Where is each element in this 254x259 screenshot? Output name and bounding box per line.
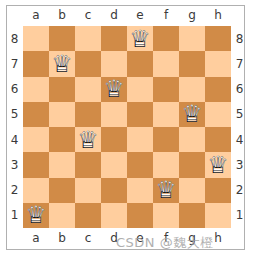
file-label-top-e: e: [127, 6, 153, 24]
square-e6: [127, 77, 153, 102]
square-a7: [23, 51, 49, 76]
rank-label-right-7: 7: [232, 51, 247, 76]
white-queen-icon: ♛♕: [75, 127, 101, 152]
rank-label-left-3: 3: [7, 152, 22, 177]
square-a6: [23, 77, 49, 102]
square-b4: [49, 127, 75, 152]
rank-label-left-2: 2: [7, 178, 22, 203]
rank-label-right-4: 4: [232, 127, 247, 152]
square-d4: [101, 127, 127, 152]
square-g5: ♛♕: [179, 102, 205, 127]
square-f1: [153, 203, 179, 228]
square-h7: [205, 51, 231, 76]
file-label-bottom-a: a: [23, 229, 49, 247]
file-label-top-c: c: [75, 6, 101, 24]
square-e3: [127, 152, 153, 177]
square-g2: [179, 178, 205, 203]
square-g8: [179, 26, 205, 51]
square-e1: [127, 203, 153, 228]
square-b8: [49, 26, 75, 51]
square-h5: [205, 102, 231, 127]
file-labels-top: abcdefgh: [23, 6, 231, 24]
white-queen-icon: ♛♕: [179, 102, 205, 127]
square-c8: [75, 26, 101, 51]
square-h1: [205, 203, 231, 228]
square-e8: ♛♕: [127, 26, 153, 51]
square-h6: [205, 77, 231, 102]
square-f7: [153, 51, 179, 76]
rank-labels-right: 87654321: [232, 26, 247, 228]
square-e2: [127, 178, 153, 203]
chess-board: ♛♕♛♕♛♕♛♕♛♕♛♕♛♕♛♕: [23, 26, 231, 228]
rank-label-right-1: 1: [232, 203, 247, 228]
square-g3: [179, 152, 205, 177]
square-d8: [101, 26, 127, 51]
rank-label-right-5: 5: [232, 102, 247, 127]
square-a2: [23, 178, 49, 203]
white-queen-icon: ♛♕: [153, 178, 179, 203]
rank-label-left-6: 6: [7, 77, 22, 102]
square-f3: [153, 152, 179, 177]
watermark: CSDN @魏大橙: [116, 234, 214, 252]
file-label-top-g: g: [179, 6, 205, 24]
square-d7: [101, 51, 127, 76]
square-b6: [49, 77, 75, 102]
white-queen-icon: ♛♕: [205, 152, 231, 177]
square-f8: [153, 26, 179, 51]
rank-labels-left: 87654321: [7, 26, 22, 228]
file-label-top-d: d: [101, 6, 127, 24]
square-c7: [75, 51, 101, 76]
square-d2: [101, 178, 127, 203]
square-c3: [75, 152, 101, 177]
square-c1: [75, 203, 101, 228]
file-label-top-h: h: [205, 6, 231, 24]
square-h3: ♛♕: [205, 152, 231, 177]
rank-label-right-6: 6: [232, 77, 247, 102]
square-f6: [153, 77, 179, 102]
square-c2: [75, 178, 101, 203]
square-g7: [179, 51, 205, 76]
file-label-top-a: a: [23, 6, 49, 24]
file-label-top-b: b: [49, 6, 75, 24]
file-label-top-f: f: [153, 6, 179, 24]
chess-diagram: abcdefgh abcdefgh 87654321 87654321 ♛♕♛♕…: [0, 0, 254, 259]
white-queen-icon: ♛♕: [127, 26, 153, 51]
square-c6: [75, 77, 101, 102]
rank-label-right-8: 8: [232, 26, 247, 51]
square-a5: [23, 102, 49, 127]
white-queen-icon: ♛♕: [101, 77, 127, 102]
square-d3: [101, 152, 127, 177]
square-b3: [49, 152, 75, 177]
square-b5: [49, 102, 75, 127]
square-c4: ♛♕: [75, 127, 101, 152]
square-c5: [75, 102, 101, 127]
rank-label-left-1: 1: [7, 203, 22, 228]
square-h8: [205, 26, 231, 51]
white-queen-icon: ♛♕: [49, 51, 75, 76]
rank-label-left-5: 5: [7, 102, 22, 127]
square-h4: [205, 127, 231, 152]
square-d6: ♛♕: [101, 77, 127, 102]
square-b7: ♛♕: [49, 51, 75, 76]
square-f2: ♛♕: [153, 178, 179, 203]
file-label-bottom-b: b: [49, 229, 75, 247]
square-f5: [153, 102, 179, 127]
square-b1: [49, 203, 75, 228]
square-e5: [127, 102, 153, 127]
square-g4: [179, 127, 205, 152]
file-label-bottom-c: c: [75, 229, 101, 247]
rank-label-left-8: 8: [7, 26, 22, 51]
rank-label-right-3: 3: [232, 152, 247, 177]
square-f4: [153, 127, 179, 152]
square-g6: [179, 77, 205, 102]
square-a8: [23, 26, 49, 51]
square-d1: [101, 203, 127, 228]
white-queen-icon: ♛♕: [23, 203, 49, 228]
rank-label-left-4: 4: [7, 127, 22, 152]
square-b2: [49, 178, 75, 203]
square-d5: [101, 102, 127, 127]
square-a1: ♛♕: [23, 203, 49, 228]
rank-label-left-7: 7: [7, 51, 22, 76]
square-a3: [23, 152, 49, 177]
rank-label-right-2: 2: [232, 178, 247, 203]
square-h2: [205, 178, 231, 203]
square-e4: [127, 127, 153, 152]
square-e7: [127, 51, 153, 76]
square-a4: [23, 127, 49, 152]
square-g1: [179, 203, 205, 228]
